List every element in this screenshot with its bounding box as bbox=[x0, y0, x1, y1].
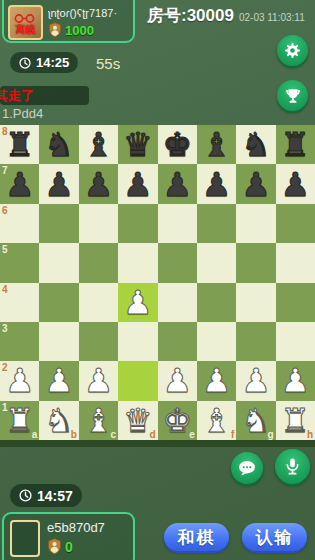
square-g4[interactable] bbox=[236, 283, 275, 322]
square-c5[interactable] bbox=[79, 243, 118, 282]
move-list: 1.Pdd4 bbox=[2, 106, 43, 121]
top-player-rating-row: 1000 bbox=[48, 22, 94, 38]
white-knight-b1[interactable]: ♞ bbox=[44, 401, 74, 440]
file-label-d: d bbox=[149, 429, 155, 440]
rank-label-6: 6 bbox=[2, 205, 8, 216]
top-clock-value: 14:25 bbox=[36, 55, 69, 70]
square-a1[interactable]: 1a♜ bbox=[0, 401, 39, 440]
square-d1[interactable]: d♛ bbox=[118, 401, 157, 440]
clock-icon bbox=[19, 57, 31, 69]
file-label-c: c bbox=[111, 429, 117, 440]
square-h6[interactable] bbox=[276, 204, 315, 243]
status-message-pill: 其走了 bbox=[0, 86, 89, 105]
white-pawn-b2[interactable]: ♟ bbox=[44, 361, 74, 400]
white-rook-a1[interactable]: ♜ bbox=[5, 401, 35, 440]
rank-label-7: 7 bbox=[2, 165, 8, 176]
board-bottom-edge bbox=[0, 440, 315, 447]
square-b1[interactable]: b♞ bbox=[39, 401, 78, 440]
square-e6[interactable] bbox=[158, 204, 197, 243]
rank-label-2: 2 bbox=[2, 362, 8, 373]
white-rook-h1[interactable]: ♜ bbox=[281, 401, 311, 440]
square-d6[interactable] bbox=[118, 204, 157, 243]
square-c1[interactable]: c♝ bbox=[79, 401, 118, 440]
square-h4[interactable] bbox=[276, 283, 315, 322]
rank-label-1: 1 bbox=[2, 402, 8, 413]
draw-button[interactable]: 和棋 bbox=[164, 523, 229, 551]
move-countdown: 55s bbox=[96, 55, 120, 72]
square-b2[interactable]: ♟ bbox=[39, 361, 78, 400]
square-a8[interactable]: 8♜ bbox=[0, 125, 39, 164]
file-label-e: e bbox=[189, 429, 195, 440]
black-bishop-f8[interactable]: ♝ bbox=[202, 125, 232, 164]
results-button[interactable] bbox=[277, 80, 308, 111]
square-f6[interactable] bbox=[197, 204, 236, 243]
black-pawn-b7[interactable]: ♟ bbox=[44, 165, 74, 204]
square-b6[interactable] bbox=[39, 204, 78, 243]
bottom-player-rating-row: 0 bbox=[47, 538, 73, 555]
microphone-icon bbox=[283, 457, 302, 476]
square-a2[interactable]: 2♟ bbox=[0, 361, 39, 400]
white-queen-d1[interactable]: ♛ bbox=[123, 401, 153, 440]
square-b3[interactable] bbox=[39, 322, 78, 361]
white-knight-g1[interactable]: ♞ bbox=[241, 401, 271, 440]
white-pawn-h2[interactable]: ♟ bbox=[281, 361, 311, 400]
file-label-b: b bbox=[71, 429, 77, 440]
white-pawn-f2[interactable]: ♟ bbox=[202, 361, 232, 400]
black-pawn-e7[interactable]: ♟ bbox=[162, 165, 192, 204]
square-g5[interactable] bbox=[236, 243, 275, 282]
square-c6[interactable] bbox=[79, 204, 118, 243]
square-e7[interactable]: ♟ bbox=[158, 164, 197, 203]
black-pawn-h7[interactable]: ♟ bbox=[281, 165, 311, 204]
black-rook-h8[interactable]: ♜ bbox=[281, 125, 311, 164]
chat-bubble-icon bbox=[237, 458, 257, 478]
square-e5[interactable] bbox=[158, 243, 197, 282]
square-a5[interactable]: 5 bbox=[0, 243, 39, 282]
white-pawn-c2[interactable]: ♟ bbox=[84, 361, 114, 400]
square-h8[interactable]: ♜ bbox=[276, 125, 315, 164]
black-knight-g8[interactable]: ♞ bbox=[241, 125, 271, 164]
square-d2[interactable] bbox=[118, 361, 157, 400]
square-d3[interactable] bbox=[118, 322, 157, 361]
black-king-e8[interactable]: ♚ bbox=[162, 125, 192, 164]
trophy-icon bbox=[284, 87, 302, 105]
square-h7[interactable]: ♟ bbox=[276, 164, 315, 203]
square-c7[interactable]: ♟ bbox=[79, 164, 118, 203]
square-e4[interactable] bbox=[158, 283, 197, 322]
square-h1[interactable]: h♜ bbox=[276, 401, 315, 440]
square-b7[interactable]: ♟ bbox=[39, 164, 78, 203]
square-d4[interactable]: ♟ bbox=[118, 283, 157, 322]
white-pawn-d4[interactable]: ♟ bbox=[123, 283, 153, 322]
white-pawn-a2[interactable]: ♟ bbox=[5, 361, 35, 400]
square-e1[interactable]: e♚ bbox=[158, 401, 197, 440]
shield-icon bbox=[47, 538, 62, 555]
bottom-player-box: e5b870d7 0 bbox=[2, 512, 135, 560]
black-pawn-g7[interactable]: ♟ bbox=[241, 165, 271, 204]
file-label-a: a bbox=[32, 429, 38, 440]
bottom-player-rating: 0 bbox=[65, 539, 73, 555]
square-f2[interactable]: ♟ bbox=[197, 361, 236, 400]
clock-icon bbox=[19, 489, 32, 502]
offline-badge: 离线 bbox=[10, 23, 41, 37]
square-a6[interactable]: 6 bbox=[0, 204, 39, 243]
top-player-box: 离线 ʅnʈoɾ()ʕʈɼ7187· 1000 bbox=[2, 0, 135, 43]
square-g1[interactable]: g♞ bbox=[236, 401, 275, 440]
top-player-clock: 14:25 bbox=[10, 52, 78, 73]
black-pawn-c7[interactable]: ♟ bbox=[84, 165, 114, 204]
square-g3[interactable] bbox=[236, 322, 275, 361]
bottom-player-name: e5b870d7 bbox=[47, 520, 105, 535]
white-bishop-c1[interactable]: ♝ bbox=[84, 401, 114, 440]
bottom-clock-value: 14:57 bbox=[37, 488, 73, 504]
black-bishop-c8[interactable]: ♝ bbox=[84, 125, 114, 164]
black-queen-d8[interactable]: ♛ bbox=[123, 125, 153, 164]
room-header: 房号:30009 02-03 11:03:11 bbox=[147, 4, 305, 27]
avatar-glasses-icon bbox=[13, 14, 37, 23]
square-b8[interactable]: ♞ bbox=[39, 125, 78, 164]
black-rook-a8[interactable]: ♜ bbox=[5, 125, 35, 164]
rank-label-3: 3 bbox=[2, 323, 8, 334]
rank-label-4: 4 bbox=[2, 284, 8, 295]
square-b5[interactable] bbox=[39, 243, 78, 282]
black-pawn-d7[interactable]: ♟ bbox=[123, 165, 153, 204]
black-pawn-f7[interactable]: ♟ bbox=[202, 165, 232, 204]
resign-button[interactable]: 认输 bbox=[242, 523, 307, 551]
square-h5[interactable] bbox=[276, 243, 315, 282]
square-g2[interactable]: ♟ bbox=[236, 361, 275, 400]
square-c2[interactable]: ♟ bbox=[79, 361, 118, 400]
settings-button[interactable] bbox=[277, 35, 308, 66]
bottom-player-clock: 14:57 bbox=[10, 484, 82, 507]
square-f5[interactable] bbox=[197, 243, 236, 282]
chat-button[interactable] bbox=[231, 452, 263, 484]
rank-label-8: 8 bbox=[2, 126, 8, 137]
rank-label-5: 5 bbox=[2, 244, 8, 255]
square-f7[interactable]: ♟ bbox=[197, 164, 236, 203]
square-h3[interactable] bbox=[276, 322, 315, 361]
square-g7[interactable]: ♟ bbox=[236, 164, 275, 203]
square-f3[interactable] bbox=[197, 322, 236, 361]
chess-board: 8♜♞♝♛♚♝♞♜7♟♟♟♟♟♟♟♟654♟32♟♟♟♟♟♟♟1a♜b♞c♝d♛… bbox=[0, 125, 315, 440]
shield-icon bbox=[48, 22, 62, 38]
gear-icon bbox=[283, 41, 302, 60]
square-a3[interactable]: 3 bbox=[0, 322, 39, 361]
file-label-g: g bbox=[268, 429, 274, 440]
top-player-name: ʅnʈoɾ()ʕʈɼ7187· bbox=[48, 7, 134, 19]
file-label-f: f bbox=[231, 429, 234, 440]
square-e2[interactable]: ♟ bbox=[158, 361, 197, 400]
square-g6[interactable] bbox=[236, 204, 275, 243]
top-player-rating: 1000 bbox=[65, 23, 94, 38]
square-d8[interactable]: ♛ bbox=[118, 125, 157, 164]
white-king-e1[interactable]: ♚ bbox=[162, 401, 192, 440]
white-pawn-g2[interactable]: ♟ bbox=[241, 361, 271, 400]
square-g8[interactable]: ♞ bbox=[236, 125, 275, 164]
file-label-h: h bbox=[307, 429, 313, 440]
bottom-player-avatar[interactable] bbox=[10, 520, 40, 557]
black-knight-b8[interactable]: ♞ bbox=[44, 125, 74, 164]
white-pawn-e2[interactable]: ♟ bbox=[162, 361, 192, 400]
square-c3[interactable] bbox=[79, 322, 118, 361]
top-player-avatar[interactable]: 离线 bbox=[8, 5, 43, 40]
square-a7[interactable]: 7♟ bbox=[0, 164, 39, 203]
square-b4[interactable] bbox=[39, 283, 78, 322]
square-f1[interactable]: f♝ bbox=[197, 401, 236, 440]
square-a4[interactable]: 4 bbox=[0, 283, 39, 322]
room-number: 房号:30009 bbox=[147, 4, 234, 27]
square-c4[interactable] bbox=[79, 283, 118, 322]
status-message: 其走了 bbox=[0, 86, 40, 105]
room-timestamp: 02-03 11:03:11 bbox=[239, 12, 305, 23]
square-e3[interactable] bbox=[158, 322, 197, 361]
voice-button[interactable] bbox=[275, 449, 310, 484]
white-bishop-f1[interactable]: ♝ bbox=[202, 401, 232, 440]
square-c8[interactable]: ♝ bbox=[79, 125, 118, 164]
square-d5[interactable] bbox=[118, 243, 157, 282]
square-h2[interactable]: ♟ bbox=[276, 361, 315, 400]
black-pawn-a7[interactable]: ♟ bbox=[5, 165, 35, 204]
square-f4[interactable] bbox=[197, 283, 236, 322]
square-f8[interactable]: ♝ bbox=[197, 125, 236, 164]
square-e8[interactable]: ♚ bbox=[158, 125, 197, 164]
square-d7[interactable]: ♟ bbox=[118, 164, 157, 203]
